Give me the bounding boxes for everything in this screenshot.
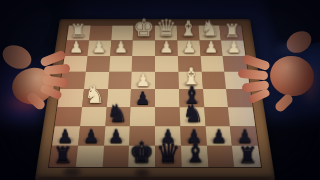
square-f2: ♟ xyxy=(110,40,133,55)
piece-black-r-h8: ♜ xyxy=(52,145,72,166)
square-g6 xyxy=(80,107,106,126)
square-a8: ♜ xyxy=(232,146,261,167)
square-d4 xyxy=(155,72,179,89)
piece-black-p-e5: ♟ xyxy=(135,90,151,107)
square-e8: ♚ xyxy=(129,146,155,167)
right-middle-finger xyxy=(238,68,269,80)
piece-black-p-b7: ♟ xyxy=(211,128,228,145)
square-d2: ♟ xyxy=(155,40,178,55)
piece-white-p-d2: ♟ xyxy=(159,40,173,55)
square-g8 xyxy=(76,146,104,167)
piece-black-q-d8: ♛ xyxy=(156,140,181,166)
piece-white-p-c2: ♟ xyxy=(182,40,196,55)
piece-white-p-f2: ♟ xyxy=(114,40,128,55)
piece-white-p-e4: ♟ xyxy=(136,72,151,88)
piece-white-n-g5: ♞ xyxy=(84,84,105,106)
square-c8: ♝ xyxy=(181,146,208,167)
right-hand xyxy=(240,18,320,130)
square-b7: ♟ xyxy=(205,126,232,146)
square-e5: ♟ xyxy=(131,89,155,107)
square-g2: ♟ xyxy=(87,40,111,55)
square-b6 xyxy=(204,107,230,126)
square-e4: ♟ xyxy=(131,72,155,89)
square-c6: ♞ xyxy=(179,107,205,126)
square-e6 xyxy=(130,107,155,126)
left-middle-finger xyxy=(44,64,71,76)
square-f3 xyxy=(109,56,133,72)
square-b3 xyxy=(200,56,224,72)
square-b2: ♟ xyxy=(199,40,223,55)
piece-black-n-f6: ♞ xyxy=(107,102,129,125)
piece-black-p-f7: ♟ xyxy=(108,128,125,145)
square-f4 xyxy=(108,72,132,89)
piece-black-b-c8: ♝ xyxy=(183,142,206,166)
piece-black-p-g7: ♟ xyxy=(82,128,99,145)
piece-black-n-c6: ♞ xyxy=(182,102,204,125)
square-b8 xyxy=(206,146,234,167)
red-rim-light xyxy=(0,92,46,114)
square-g7: ♟ xyxy=(78,126,105,146)
piece-white-b-c1: ♝ xyxy=(178,19,197,39)
piece-black-k-e8: ♚ xyxy=(129,139,155,166)
square-e1: ♚ xyxy=(133,26,155,41)
piece-reflection xyxy=(63,168,82,176)
square-f7: ♟ xyxy=(104,126,130,146)
square-c2: ♟ xyxy=(177,40,200,55)
piece-white-q-d1: ♛ xyxy=(156,18,177,40)
square-e2 xyxy=(132,40,155,55)
square-g5: ♞ xyxy=(82,89,108,107)
left-hand xyxy=(0,28,78,140)
blue-sheen xyxy=(274,42,304,56)
square-d6 xyxy=(155,107,180,126)
square-f6: ♞ xyxy=(105,107,131,126)
right-thumb xyxy=(273,92,294,113)
square-h8: ♜ xyxy=(49,146,78,167)
square-d3 xyxy=(155,56,178,72)
square-b5 xyxy=(203,89,229,107)
piece-white-p-g2: ♟ xyxy=(91,40,105,55)
piece-white-p-b2: ♟ xyxy=(204,40,218,55)
board-squares: ♜♚♛♝♞♜♟♟♟♟♟♟♟♟♝♞♟♝♞♞♟♟♟♟♟♟♟♜♚♛♝♜ xyxy=(49,26,261,168)
video-frame: ♜♚♛♝♞♜♟♟♟♟♟♟♟♟♝♞♟♝♞♞♟♟♟♟♟♟♟♜♚♛♝♜ xyxy=(0,0,320,180)
square-d5 xyxy=(155,89,179,107)
piece-white-n-b1: ♞ xyxy=(201,19,220,39)
piece-black-r-a8: ♜ xyxy=(238,145,258,166)
piece-white-k-e1: ♚ xyxy=(133,17,155,40)
square-g3 xyxy=(86,56,110,72)
red-rim-light xyxy=(302,60,320,108)
square-b4 xyxy=(201,72,226,89)
square-f8 xyxy=(102,146,129,167)
square-d8: ♛ xyxy=(155,146,181,167)
